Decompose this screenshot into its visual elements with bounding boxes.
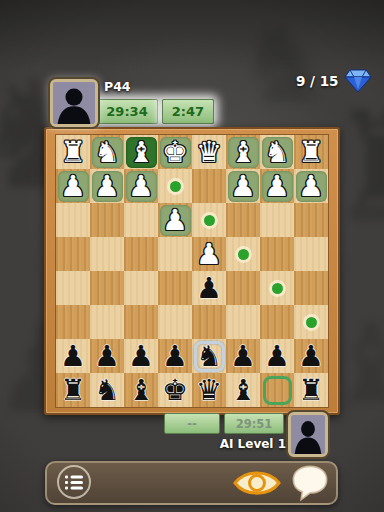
square-g3[interactable] (90, 203, 124, 237)
black-rook: ♜ (56, 373, 90, 407)
square-g6[interactable] (90, 305, 124, 339)
square-d5[interactable]: ♟ (192, 271, 226, 305)
white-pawn: ♟ (294, 169, 328, 203)
move-hint-dot[interactable] (170, 181, 181, 192)
top-player-move-clock: 2:47 (162, 99, 214, 124)
top-player-main-clock-value: 29:34 (106, 104, 147, 119)
square-d1[interactable]: ♛ (192, 135, 226, 169)
top-player-name: P44 (104, 79, 131, 94)
square-b7[interactable]: ♟ (260, 339, 294, 373)
chess-board: ♜♞♝♚♛♝♞♜♟♟♟♟♟♟♟♟♟♟♟♟♟♞♟♟♟♜♞♝♚♛♝♜ (44, 127, 340, 415)
square-h4[interactable] (56, 237, 90, 271)
white-king: ♚ (158, 135, 192, 169)
white-queen: ♛ (192, 135, 226, 169)
square-e6[interactable] (158, 305, 192, 339)
square-g8[interactable]: ♞ (90, 373, 124, 407)
gems-count-label: 9 / 15 (296, 73, 339, 89)
square-c7[interactable]: ♟ (226, 339, 260, 373)
square-f3[interactable] (124, 203, 158, 237)
move-hint-dot[interactable] (272, 283, 283, 294)
chat-bubble-icon (290, 463, 330, 503)
square-c2[interactable]: ♟ (226, 169, 260, 203)
black-king: ♚ (158, 373, 192, 407)
square-c4[interactable] (226, 237, 260, 271)
bottom-player-move-clock-value: -- (187, 417, 197, 431)
square-d4[interactable]: ♟ (192, 237, 226, 271)
square-b4[interactable] (260, 237, 294, 271)
move-hint-dot[interactable] (238, 249, 249, 260)
diamond-gem-icon (343, 68, 373, 94)
eye-icon (233, 466, 281, 500)
black-pawn: ♟ (56, 339, 90, 373)
black-pawn: ♟ (226, 339, 260, 373)
black-pawn: ♟ (192, 271, 226, 305)
square-g5[interactable] (90, 271, 124, 305)
square-c5[interactable] (226, 271, 260, 305)
person-silhouette-icon (53, 82, 95, 124)
black-pawn: ♟ (124, 339, 158, 373)
square-f6[interactable] (124, 305, 158, 339)
square-h3[interactable] (56, 203, 90, 237)
square-c8[interactable]: ♝ (226, 373, 260, 407)
move-hint-dot[interactable] (306, 317, 317, 328)
board-grid: ♜♞♝♚♛♝♞♜♟♟♟♟♟♟♟♟♟♟♟♟♟♞♟♟♟♜♞♝♚♛♝♜ (56, 135, 328, 407)
black-bishop: ♝ (124, 373, 158, 407)
square-c1[interactable]: ♝ (226, 135, 260, 169)
square-c6[interactable] (226, 305, 260, 339)
black-rook: ♜ (294, 373, 328, 407)
bottom-player-move-clock: -- (164, 413, 220, 434)
white-rook: ♜ (294, 135, 328, 169)
square-b8[interactable] (260, 373, 294, 407)
white-bishop: ♝ (124, 135, 158, 169)
square-a7[interactable]: ♟ (294, 339, 328, 373)
white-pawn: ♟ (158, 203, 192, 237)
square-g7[interactable]: ♟ (90, 339, 124, 373)
square-f5[interactable] (124, 271, 158, 305)
square-a8[interactable]: ♜ (294, 373, 328, 407)
square-g4[interactable] (90, 237, 124, 271)
square-e7[interactable]: ♟ (158, 339, 192, 373)
square-h2[interactable]: ♟ (56, 169, 90, 203)
black-pawn: ♟ (158, 339, 192, 373)
white-pawn: ♟ (124, 169, 158, 203)
square-h5[interactable] (56, 271, 90, 305)
background-statue-knight-top: ♞ (235, 0, 334, 128)
black-knight: ♞ (192, 339, 226, 373)
black-pawn: ♟ (260, 339, 294, 373)
bottom-player-main-clock: 29:51 (224, 413, 284, 434)
square-a2[interactable]: ♟ (294, 169, 328, 203)
person-silhouette-icon (291, 415, 325, 454)
square-a4[interactable] (294, 237, 328, 271)
gems-counter[interactable]: 9 / 15 (296, 68, 373, 94)
square-d7[interactable]: ♞ (192, 339, 226, 373)
square-a1[interactable]: ♜ (294, 135, 328, 169)
game-screen: ♞ ♜ ♞ ♟ ♝ P44 29:34 2:47 9 / 15 ♜♞♝♚♛♝♞♜… (0, 0, 384, 512)
square-h7[interactable]: ♟ (56, 339, 90, 373)
white-pawn: ♟ (192, 237, 226, 271)
square-b6[interactable] (260, 305, 294, 339)
top-player-move-clock-value: 2:47 (172, 104, 204, 119)
square-e3[interactable]: ♟ (158, 203, 192, 237)
square-h1[interactable]: ♜ (56, 135, 90, 169)
square-d8[interactable]: ♛ (192, 373, 226, 407)
square-d2[interactable] (192, 169, 226, 203)
square-f4[interactable] (124, 237, 158, 271)
square-g1[interactable]: ♞ (90, 135, 124, 169)
square-e1[interactable]: ♚ (158, 135, 192, 169)
white-pawn: ♟ (260, 169, 294, 203)
square-e2[interactable] (158, 169, 192, 203)
top-player-avatar (50, 79, 98, 127)
white-knight: ♞ (90, 135, 124, 169)
move-hint-dot[interactable] (204, 215, 215, 226)
bottom-player-name: AI Level 1 (180, 437, 286, 451)
white-pawn: ♟ (56, 169, 90, 203)
bottom-player-main-clock-value: 29:51 (236, 417, 273, 431)
square-b3[interactable] (260, 203, 294, 237)
square-b5[interactable] (260, 271, 294, 305)
square-f8[interactable]: ♝ (124, 373, 158, 407)
top-player-main-clock: 29:34 (96, 99, 158, 124)
square-h6[interactable] (56, 305, 90, 339)
chat-button[interactable] (290, 463, 330, 503)
last-move-from-highlight (263, 376, 292, 405)
white-rook: ♜ (56, 135, 90, 169)
square-g2[interactable]: ♟ (90, 169, 124, 203)
hint-eye-button[interactable] (233, 466, 281, 500)
white-bishop: ♝ (226, 135, 260, 169)
square-e5[interactable] (158, 271, 192, 305)
white-knight: ♞ (260, 135, 294, 169)
square-a3[interactable] (294, 203, 328, 237)
menu-button[interactable] (57, 465, 91, 499)
bottom-player-avatar (288, 412, 328, 457)
white-pawn: ♟ (226, 169, 260, 203)
square-b1[interactable]: ♞ (260, 135, 294, 169)
square-a6[interactable] (294, 305, 328, 339)
black-knight: ♞ (90, 373, 124, 407)
square-c3[interactable] (226, 203, 260, 237)
square-f2[interactable]: ♟ (124, 169, 158, 203)
square-h8[interactable]: ♜ (56, 373, 90, 407)
black-pawn: ♟ (294, 339, 328, 373)
white-pawn: ♟ (90, 169, 124, 203)
menu-list-icon (57, 465, 91, 499)
black-bishop: ♝ (226, 373, 260, 407)
square-b2[interactable]: ♟ (260, 169, 294, 203)
square-d6[interactable] (192, 305, 226, 339)
black-queen: ♛ (192, 373, 226, 407)
square-f7[interactable]: ♟ (124, 339, 158, 373)
square-a5[interactable] (294, 271, 328, 305)
square-e4[interactable] (158, 237, 192, 271)
square-e8[interactable]: ♚ (158, 373, 192, 407)
square-f1[interactable]: ♝ (124, 135, 158, 169)
square-d3[interactable] (192, 203, 226, 237)
black-pawn: ♟ (90, 339, 124, 373)
